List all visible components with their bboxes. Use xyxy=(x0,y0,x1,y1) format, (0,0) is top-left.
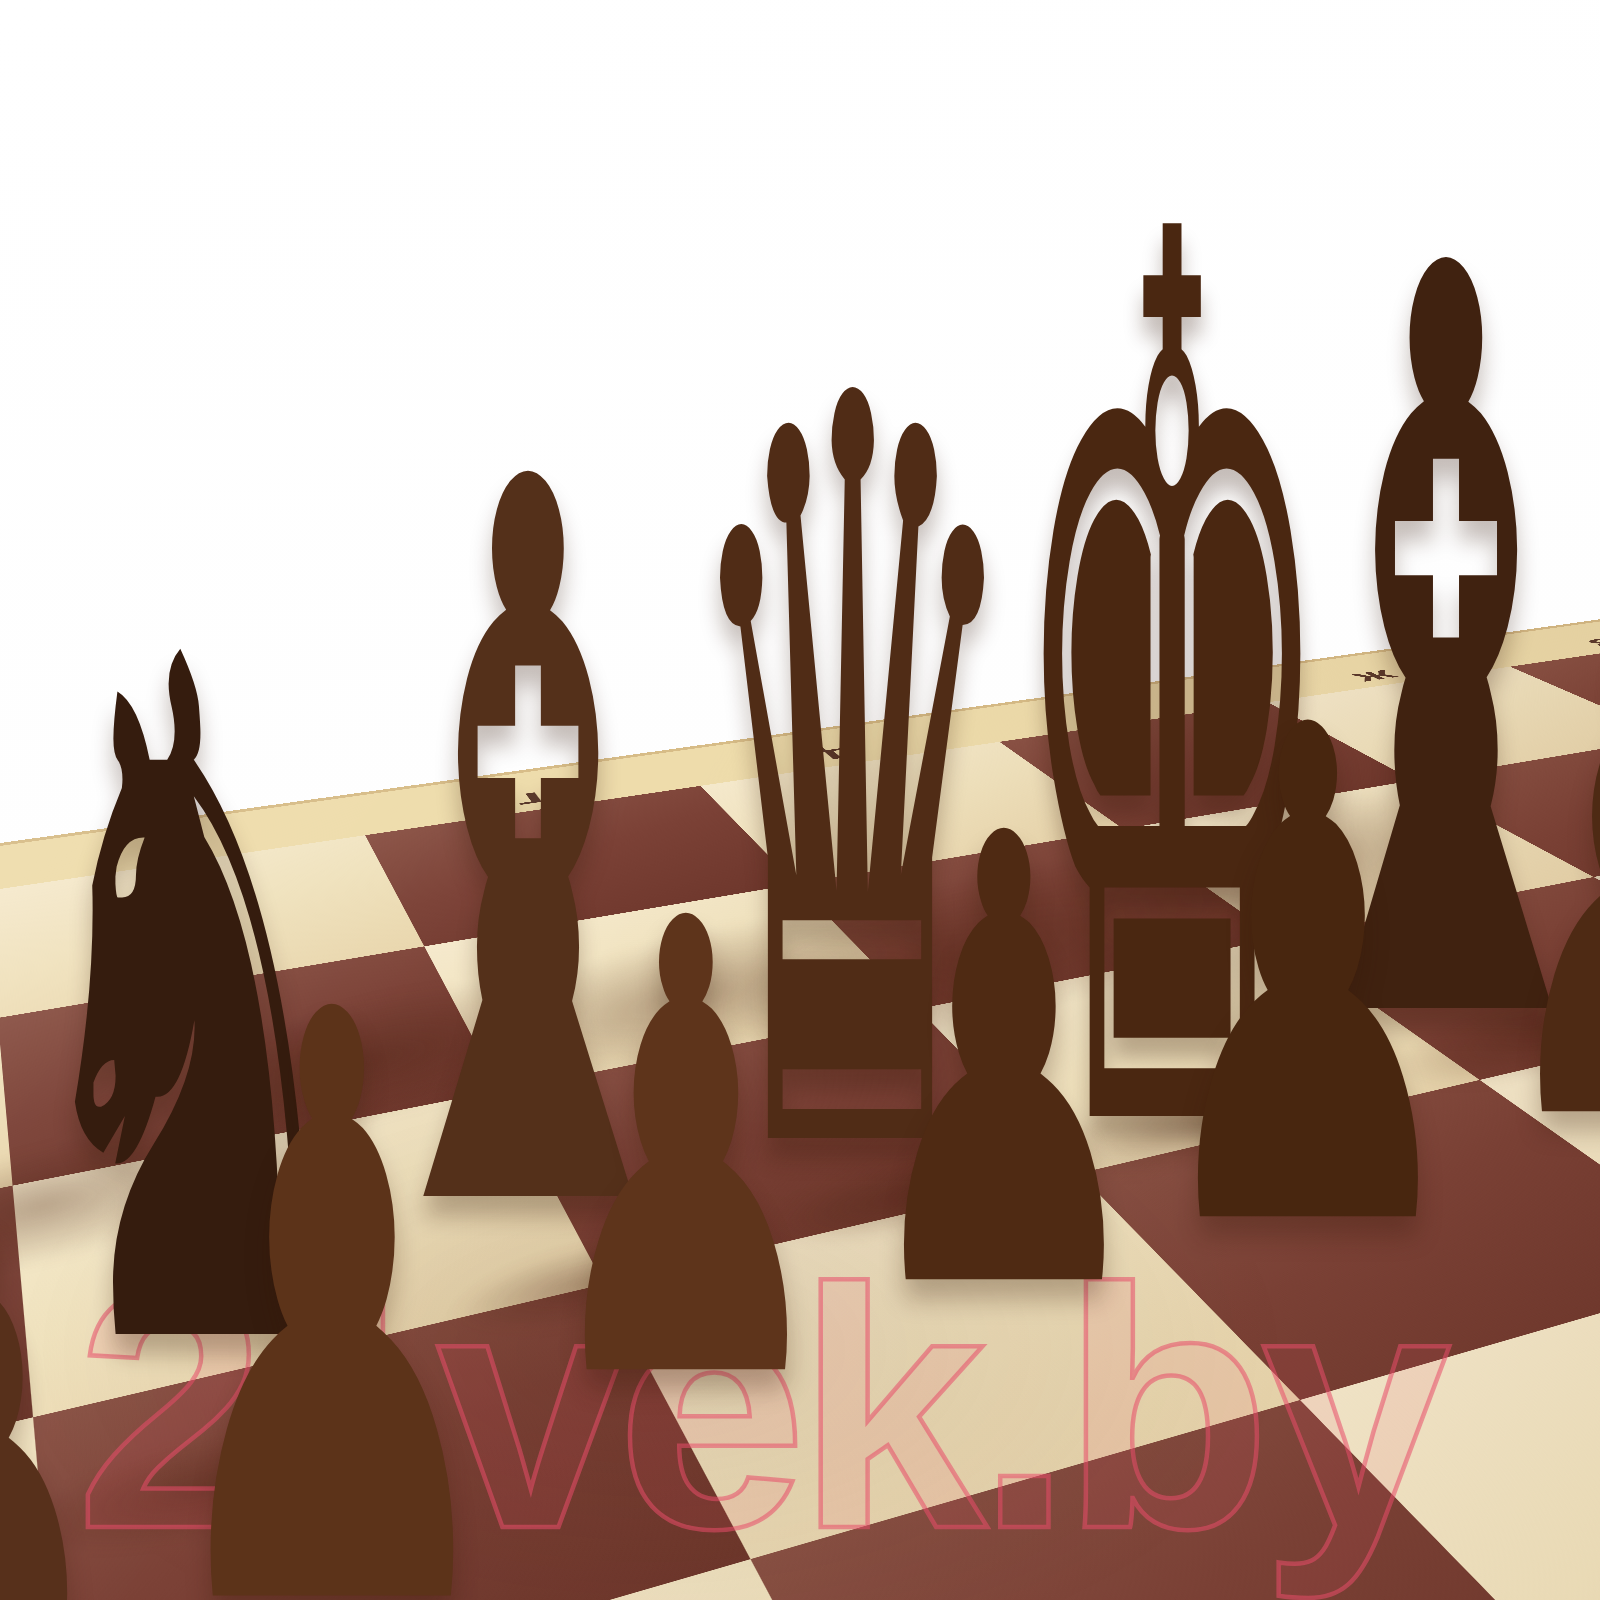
piece-black-pawn: ♟ xyxy=(0,1150,226,1600)
product-photo-scene: абвгдежз ♝♚♛♟♝♟♟♞♟♟♟ 21vek.by xyxy=(0,0,1600,1600)
pawn-glyph: ♟ xyxy=(0,1150,113,1600)
pieces-layer: ♝♚♛♟♝♟♟♞♟♟♟ xyxy=(0,0,1600,1600)
